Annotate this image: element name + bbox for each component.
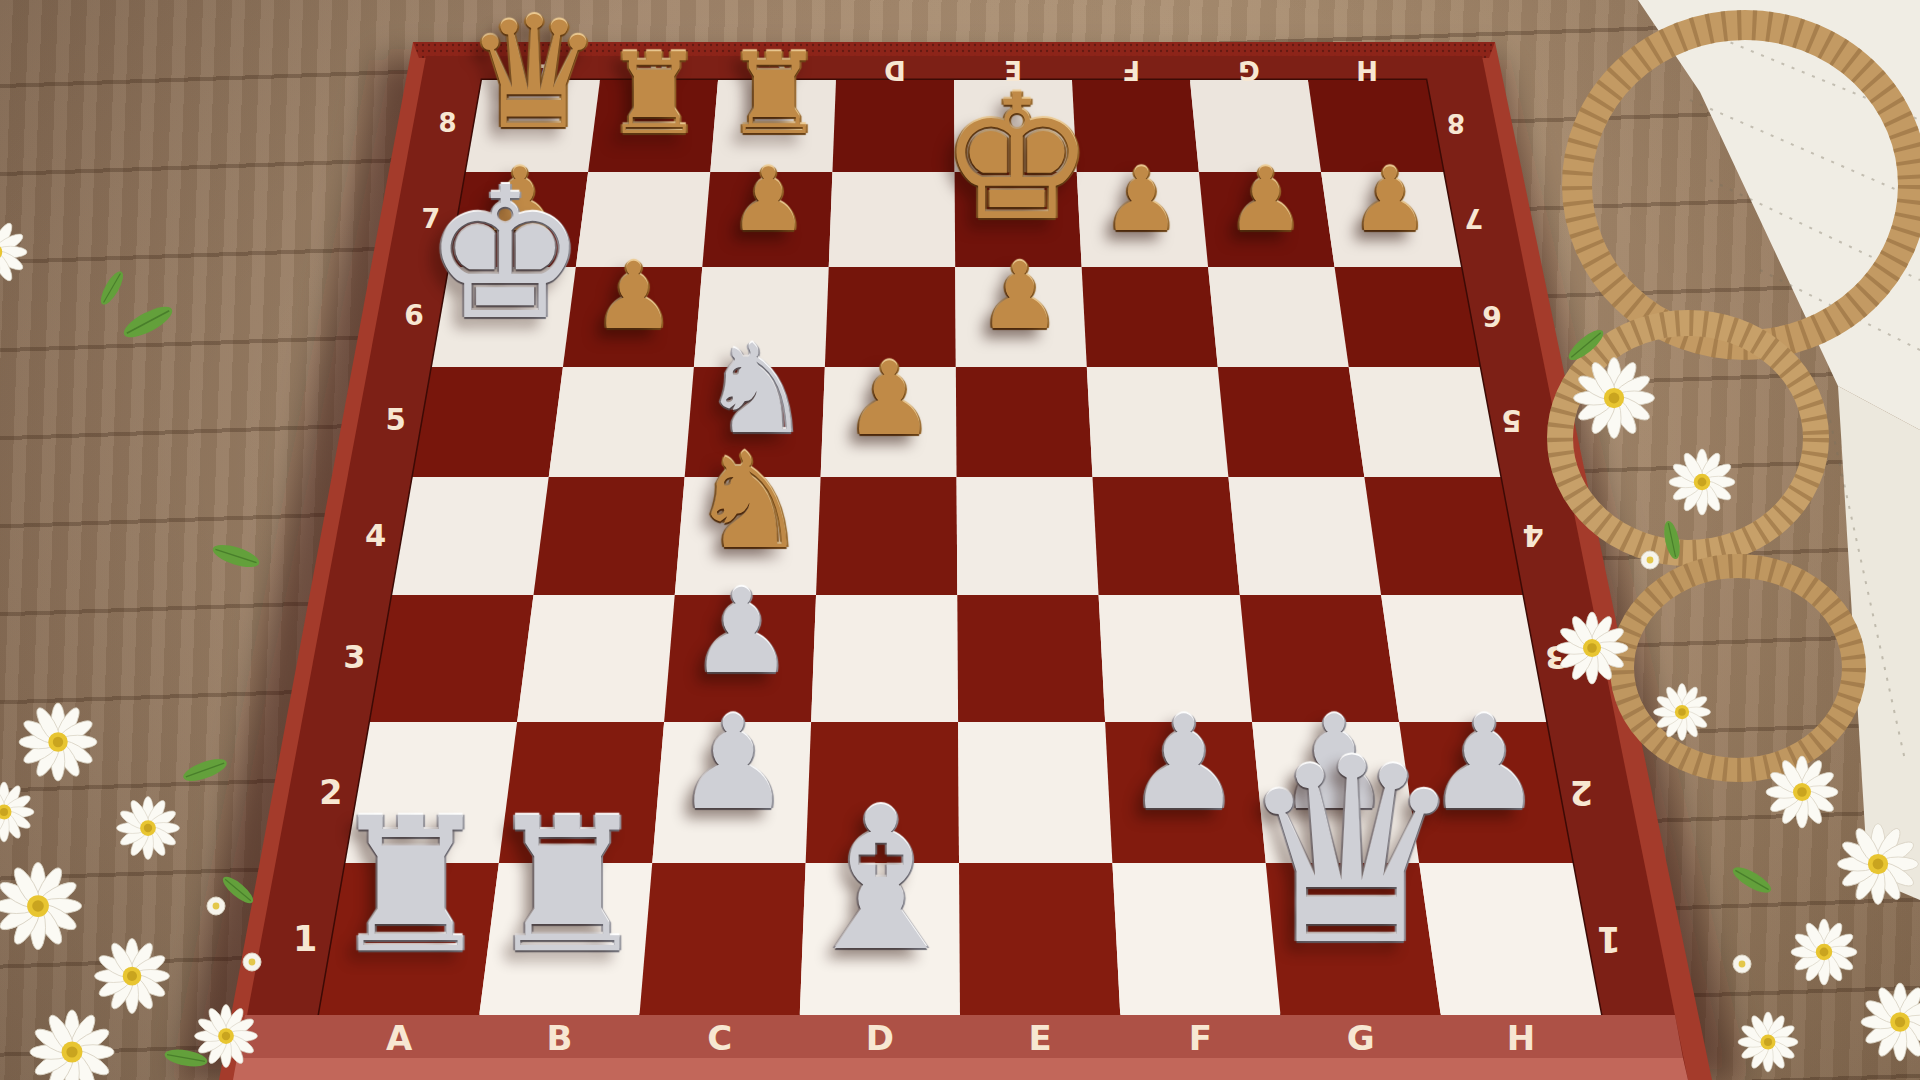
pieces-layer: ♛♜♜♟♟♚♟♟♟♚♟♟♞♟♞♟♟♟♟♟♜♜♝♛ bbox=[0, 0, 1920, 1080]
piece-silver-bishop-d1[interactable]: ♝ bbox=[793, 782, 970, 980]
piece-gold-pawn-d5[interactable]: ♟ bbox=[844, 349, 935, 450]
piece-silver-pawn-c3[interactable]: ♟ bbox=[689, 574, 794, 691]
piece-gold-rook-b8[interactable]: ♜ bbox=[604, 38, 705, 150]
piece-gold-pawn-b6[interactable]: ♟ bbox=[592, 251, 674, 343]
piece-gold-king-e7[interactable]: ♚ bbox=[940, 73, 1095, 246]
piece-gold-pawn-f7[interactable]: ♟ bbox=[1102, 157, 1180, 244]
piece-gold-queen-a8[interactable]: ♛ bbox=[465, 0, 604, 151]
piece-silver-rook-a1[interactable]: ♜ bbox=[328, 794, 494, 979]
piece-gold-pawn-g7[interactable]: ♟ bbox=[1226, 157, 1304, 244]
piece-gold-pawn-h7[interactable]: ♟ bbox=[1351, 157, 1429, 244]
piece-gold-pawn-e6[interactable]: ♟ bbox=[979, 251, 1061, 343]
piece-gold-knight-c4[interactable]: ♞ bbox=[690, 435, 808, 567]
piece-silver-rook-b1[interactable]: ♜ bbox=[484, 794, 650, 979]
chess-game-scene: ABCDEFGHABCDEFGH8765432187654321 bbox=[0, 0, 1920, 1080]
piece-gold-rook-c8[interactable]: ♜ bbox=[724, 38, 825, 150]
piece-silver-pawn-f2[interactable]: ♟ bbox=[1126, 699, 1242, 829]
piece-gold-pawn-c7[interactable]: ♟ bbox=[729, 157, 807, 244]
piece-silver-queen-g1[interactable]: ♛ bbox=[1237, 725, 1466, 980]
piece-silver-king-a6[interactable]: ♚ bbox=[423, 163, 586, 345]
piece-silver-pawn-c2[interactable]: ♟ bbox=[675, 699, 791, 829]
